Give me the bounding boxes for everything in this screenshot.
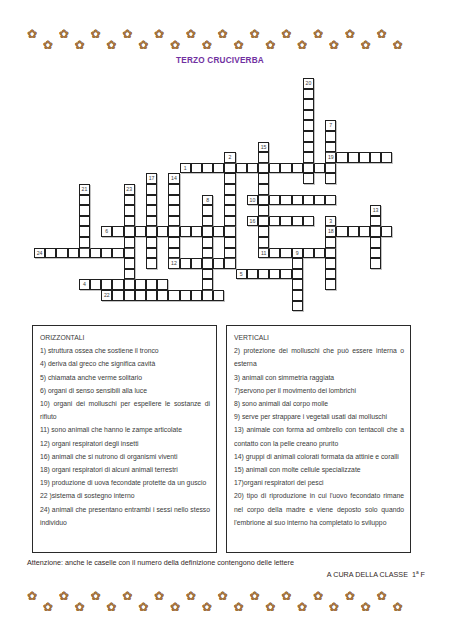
cell-number: 23 (125, 185, 134, 194)
cell-number: 17 (147, 174, 156, 183)
clue-item: 14) gruppi di animali colorati formata d… (234, 450, 404, 463)
grid-cell[interactable] (269, 216, 280, 227)
grid-cell[interactable] (269, 269, 280, 280)
clue-item: 11) sono animali che hanno le zampe arti… (40, 423, 210, 436)
grid-cell[interactable] (112, 290, 123, 301)
grid-cell[interactable] (124, 279, 135, 290)
grid-cell[interactable]: 16 (247, 216, 258, 227)
grid-cell[interactable] (348, 226, 359, 237)
grid-cell[interactable]: 15 (258, 142, 269, 153)
grid-cell[interactable] (79, 205, 90, 216)
grid-cell[interactable] (79, 237, 90, 248)
grid-cell[interactable] (124, 195, 135, 206)
grid-cell[interactable] (224, 173, 235, 184)
grid-cell[interactable] (146, 205, 157, 216)
flower-icon: ✿ (72, 600, 88, 614)
grid-cell[interactable] (146, 258, 157, 269)
grid-cell[interactable] (303, 195, 314, 206)
grid-cell[interactable] (359, 152, 370, 163)
cell-number: 22 (102, 291, 111, 300)
grid-cell[interactable] (124, 258, 135, 269)
grid-cell[interactable] (381, 152, 392, 163)
grid-cell[interactable] (213, 163, 224, 174)
grid-cell[interactable] (348, 152, 359, 163)
grid-cell[interactable] (213, 290, 224, 301)
grid-cell[interactable] (213, 258, 224, 269)
cell-number: 21 (80, 185, 89, 194)
grid-cell[interactable] (314, 163, 325, 174)
grid-cell[interactable]: 9 (292, 248, 303, 259)
clue-item: 1) struttura ossea che sostiene il tronc… (40, 344, 210, 357)
grid-cell[interactable]: 3 (325, 216, 336, 227)
grid-cell[interactable] (280, 163, 291, 174)
flower-icon: ✿ (246, 589, 262, 603)
grid-cell[interactable]: 12 (168, 258, 179, 269)
grid-cell[interactable] (314, 248, 325, 259)
flower-icon: ✿ (294, 600, 310, 614)
grid-cell[interactable] (258, 216, 269, 227)
grid-cell[interactable] (79, 195, 90, 206)
grid-cell[interactable] (124, 290, 135, 301)
grid-cell[interactable] (247, 163, 258, 174)
cell-number: 4 (80, 280, 89, 289)
clue-item: 9) serve per strappare i vegetali usati … (234, 410, 404, 423)
grid-cell[interactable]: 7 (325, 120, 336, 131)
flower-icon: ✿ (199, 600, 215, 614)
cell-number: 5 (237, 270, 246, 279)
grid-cell[interactable] (224, 184, 235, 195)
grid-cell[interactable] (303, 110, 314, 121)
cell-number: 13 (371, 206, 380, 215)
flower-icon: ✿ (262, 600, 278, 614)
clue-item: 5) chiamata anche verme solitario (40, 371, 210, 384)
grid-cell[interactable] (146, 248, 157, 259)
flower-icon: ✿ (358, 600, 374, 614)
grid-cell[interactable] (157, 226, 168, 237)
flower-icon: ✿ (88, 589, 104, 603)
grid-cell[interactable] (359, 226, 370, 237)
flower-icon: ✿ (183, 589, 199, 603)
grid-cell[interactable] (325, 269, 336, 280)
flower-icon: ✿ (40, 600, 56, 614)
grid-cell[interactable] (168, 237, 179, 248)
grid-cell[interactable] (191, 258, 202, 269)
flower-icon: ✿ (103, 600, 119, 614)
grid-cell[interactable] (68, 248, 79, 259)
grid-cell[interactable] (79, 216, 90, 227)
clue-item: 10) organi dei molluschi per espellere l… (40, 397, 210, 423)
grid-cell[interactable] (202, 258, 213, 269)
grid-cell[interactable] (280, 195, 291, 206)
down-clues-box: VERTICALI 2) protezione dei molluschi ch… (226, 325, 411, 553)
grid-cell[interactable] (258, 205, 269, 216)
grid-cell[interactable] (213, 226, 224, 237)
grid-cell[interactable] (202, 237, 213, 248)
clue-item: 17)organi respiratori dei pesci (234, 476, 404, 489)
grid-cell[interactable] (258, 226, 269, 237)
grid-cell[interactable] (168, 195, 179, 206)
clue-item: 3) animali con simmetria raggiata (234, 371, 404, 384)
grid-cell[interactable] (292, 279, 303, 290)
grid-cell[interactable]: 18 (325, 226, 336, 237)
grid-cell[interactable] (292, 216, 303, 227)
grid-cell[interactable] (269, 195, 280, 206)
cell-number: 11 (259, 249, 268, 258)
clue-item: 18) organi respiratori di alcuni animali… (40, 463, 210, 476)
grid-cell[interactable] (224, 163, 235, 174)
grid-cell[interactable] (124, 226, 135, 237)
flower-icon: ✿ (278, 589, 294, 603)
grid-cell[interactable] (146, 195, 157, 206)
credit-class-section: F (421, 570, 425, 579)
flower-icon: ✿ (326, 600, 342, 614)
grid-cell[interactable] (258, 184, 269, 195)
clue-item: 20) tipo di riproduzione in cui l'uovo f… (234, 489, 404, 529)
grid-cell[interactable] (303, 89, 314, 100)
grid-cell[interactable] (303, 173, 314, 184)
grid-cell[interactable]: 1 (180, 163, 191, 174)
grid-cell[interactable] (269, 248, 280, 259)
clue-item: 19) produzione di uova fecondate protett… (40, 476, 210, 489)
cell-number: 6 (102, 227, 111, 236)
grid-cell[interactable] (146, 216, 157, 227)
grid-cell[interactable]: 6 (101, 226, 112, 237)
grid-cell[interactable] (202, 248, 213, 259)
flower-icon: ✿ (231, 600, 247, 614)
grid-cell[interactable]: 11 (258, 248, 269, 259)
grid-cell[interactable] (202, 163, 213, 174)
grid-cell[interactable] (191, 226, 202, 237)
grid-cell[interactable] (292, 269, 303, 280)
grid-cell[interactable] (146, 226, 157, 237)
across-clues-box: ORIZZONTALI 1) struttura ossea che sosti… (32, 325, 217, 553)
clue-item: 22 )sistema di sostegno interno (40, 489, 210, 502)
grid-cell[interactable] (135, 226, 146, 237)
grid-cell[interactable] (79, 248, 90, 259)
credit-prefix: A CURA DELLA CLASSE (327, 570, 408, 579)
down-clues-list: 2) protezione dei molluschi che può esse… (234, 344, 404, 529)
grid-cell[interactable] (303, 142, 314, 153)
grid-cell[interactable]: 22 (101, 290, 112, 301)
grid-cell[interactable] (224, 205, 235, 216)
flower-icon: ✿ (56, 589, 72, 603)
cell-number: 9 (293, 249, 302, 258)
grid-cell[interactable] (325, 248, 336, 259)
grid-cell[interactable] (101, 279, 112, 290)
cell-number: 1 (181, 164, 190, 173)
cell-number: 15 (259, 143, 268, 152)
clue-item: 24) animali che presentano entrambi i se… (40, 503, 210, 529)
grid-cell[interactable] (303, 216, 314, 227)
crossword-page: ✿✿✿✿✿✿✿✿✿✿✿✿✿✿✿✿✿✿✿✿✿✿✿✿ TERZO CRUCIVERB… (0, 0, 453, 640)
grid-cell[interactable] (325, 142, 336, 153)
flower-icon: ✿ (389, 600, 405, 614)
crossword-grid: 145610119121618192224237813141517202123 (0, 0, 453, 318)
attention-note: Attenzione: anche le caselle con il nume… (27, 558, 294, 567)
grid-cell[interactable] (124, 216, 135, 227)
grid-cell[interactable] (112, 248, 123, 259)
grid-cell[interactable]: 8 (202, 195, 213, 206)
grid-cell[interactable] (303, 163, 314, 174)
cell-number: 16 (248, 217, 257, 226)
grid-cell[interactable] (90, 279, 101, 290)
grid-cell[interactable] (336, 152, 347, 163)
grid-cell[interactable] (112, 226, 123, 237)
grid-cell[interactable] (124, 237, 135, 248)
clue-item: 16) animali che si nutrono di organismi … (40, 450, 210, 463)
grid-cell[interactable] (168, 290, 179, 301)
grid-cell[interactable] (202, 269, 213, 280)
grid-cell[interactable] (124, 205, 135, 216)
grid-cell[interactable] (314, 195, 325, 206)
grid-cell[interactable] (90, 248, 101, 259)
grid-cell[interactable]: 21 (79, 184, 90, 195)
flower-icon: ✿ (310, 589, 326, 603)
flower-icon: ✿ (374, 589, 390, 603)
grid-cell[interactable]: 2 (224, 152, 235, 163)
grid-cell[interactable] (224, 237, 235, 248)
flower-icon: ✿ (151, 589, 167, 603)
grid-cell[interactable] (224, 195, 235, 206)
cell-number: 2 (225, 153, 234, 162)
grid-cell[interactable] (157, 279, 168, 290)
grid-cell[interactable]: 14 (168, 173, 179, 184)
flower-icon: ✿ (167, 600, 183, 614)
flower-icon: ✿ (215, 589, 231, 603)
grid-cell[interactable] (224, 226, 235, 237)
grid-cell[interactable] (180, 258, 191, 269)
grid-cell[interactable] (146, 290, 157, 301)
grid-cell[interactable] (258, 269, 269, 280)
grid-cell[interactable] (303, 248, 314, 259)
clue-item: 12) organi respiratori degli insetti (40, 437, 210, 450)
flower-icon: ✿ (135, 600, 151, 614)
grid-cell[interactable] (292, 301, 303, 312)
grid-cell[interactable] (112, 279, 123, 290)
flower-icon: ✿ (119, 589, 135, 603)
grid-cell[interactable] (292, 290, 303, 301)
grid-cell[interactable] (280, 248, 291, 259)
grid-cell[interactable] (168, 216, 179, 227)
clue-item: 6) organi di senso sensibili alla luce (40, 384, 210, 397)
cell-number: 19 (326, 153, 335, 162)
grid-cell[interactable] (325, 279, 336, 290)
grid-cell[interactable]: 4 (79, 279, 90, 290)
grid-cell[interactable] (135, 279, 146, 290)
cell-number: 14 (169, 174, 178, 183)
credit-class-sup: a (416, 570, 419, 575)
cell-number: 10 (248, 196, 257, 205)
class-credit: A CURA DELLA CLASSE 1a F (327, 570, 425, 579)
grid-cell[interactable] (224, 216, 235, 227)
clue-item: 15) animali con molte cellule specializz… (234, 463, 404, 476)
grid-cell[interactable] (370, 248, 381, 259)
grid-cell[interactable] (101, 248, 112, 259)
grid-cell[interactable]: 23 (124, 184, 135, 195)
across-clues-title: ORIZZONTALI (40, 331, 210, 344)
grid-cell[interactable] (191, 163, 202, 174)
grid-cell[interactable] (370, 152, 381, 163)
grid-cell[interactable]: 5 (236, 269, 247, 280)
cell-number: 8 (203, 196, 212, 205)
grid-cell[interactable] (191, 290, 202, 301)
clue-item: 7)servono per il movimento dei lombrichi (234, 384, 404, 397)
grid-cell[interactable] (269, 163, 280, 174)
grid-cell[interactable] (157, 290, 168, 301)
grid-cell[interactable] (202, 290, 213, 301)
cell-number: 20 (304, 79, 313, 88)
grid-cell[interactable]: 10 (247, 195, 258, 206)
grid-cell[interactable] (258, 237, 269, 248)
grid-cell[interactable] (146, 184, 157, 195)
grid-cell[interactable] (258, 195, 269, 206)
grid-cell[interactable]: 17 (146, 173, 157, 184)
grid-cell[interactable] (325, 237, 336, 248)
grid-cell[interactable] (168, 226, 179, 237)
grid-cell[interactable] (258, 152, 269, 163)
grid-cell[interactable] (168, 205, 179, 216)
grid-cell[interactable] (202, 279, 213, 290)
grid-cell[interactable] (247, 269, 258, 280)
grid-cell[interactable] (202, 226, 213, 237)
grid-cell[interactable] (56, 248, 67, 259)
grid-cell[interactable] (303, 120, 314, 131)
grid-cell[interactable] (180, 290, 191, 301)
grid-cell[interactable] (236, 163, 247, 174)
grid-cell[interactable] (202, 205, 213, 216)
grid-cell[interactable] (370, 258, 381, 269)
clue-item: 2) protezione dei molluschi che può esse… (234, 344, 404, 370)
grid-cell[interactable] (168, 184, 179, 195)
cell-number: 12 (169, 259, 178, 268)
grid-cell[interactable] (224, 258, 235, 269)
flower-icon: ✿ (342, 589, 358, 603)
grid-cell[interactable] (292, 195, 303, 206)
grid-cell[interactable] (325, 173, 336, 184)
grid-cell[interactable] (180, 226, 191, 237)
grid-cell[interactable] (280, 216, 291, 227)
grid-cell[interactable] (258, 163, 269, 174)
grid-cell[interactable] (79, 226, 90, 237)
down-clues-title: VERTICALI (234, 331, 404, 344)
grid-cell[interactable]: 19 (325, 152, 336, 163)
grid-cell[interactable] (258, 173, 269, 184)
grid-cell[interactable] (280, 269, 291, 280)
grid-cell[interactable]: 24 (34, 248, 45, 259)
grid-cell[interactable] (370, 237, 381, 248)
clue-item: 13) animale con forma ad ombrello con te… (234, 423, 404, 449)
grid-cell[interactable] (168, 248, 179, 259)
clue-item: 4) deriva dal greco che significa cavità (40, 357, 210, 370)
cell-number: 18 (326, 227, 335, 236)
grid-cell[interactable] (45, 248, 56, 259)
cell-number: 24 (35, 249, 44, 258)
grid-cell[interactable] (146, 279, 157, 290)
grid-cell[interactable] (224, 248, 235, 259)
grid-cell[interactable] (124, 248, 135, 259)
grid-cell[interactable] (325, 195, 336, 206)
grid-cell[interactable] (370, 216, 381, 227)
grid-cell[interactable] (202, 216, 213, 227)
grid-cell[interactable] (292, 258, 303, 269)
grid-cell[interactable] (135, 290, 146, 301)
cell-number: 3 (326, 217, 335, 226)
grid-cell[interactable] (381, 226, 392, 237)
grid-cell[interactable] (336, 226, 347, 237)
grid-cell[interactable] (303, 131, 314, 142)
grid-cell[interactable] (124, 269, 135, 280)
bottom-flower-border: ✿✿✿✿✿✿✿✿✿✿✿✿✿✿✿✿✿✿✿✿✿✿✿✿ (24, 586, 429, 624)
grid-cell[interactable] (370, 226, 381, 237)
across-clues-list: 1) struttura ossea che sostiene il tronc… (40, 344, 210, 529)
grid-cell[interactable]: 20 (303, 78, 314, 89)
grid-cell[interactable] (303, 152, 314, 163)
cell-number: 7 (326, 121, 335, 130)
grid-cell[interactable] (292, 163, 303, 174)
grid-cell[interactable]: 13 (370, 205, 381, 216)
grid-cell[interactable] (325, 131, 336, 142)
grid-cell[interactable] (146, 237, 157, 248)
grid-cell[interactable] (303, 99, 314, 110)
grid-cell[interactable] (325, 163, 336, 174)
clue-item: 8) sono animali dal corpo molle (234, 397, 404, 410)
flower-icon: ✿ (24, 589, 40, 603)
grid-cell[interactable] (325, 258, 336, 269)
